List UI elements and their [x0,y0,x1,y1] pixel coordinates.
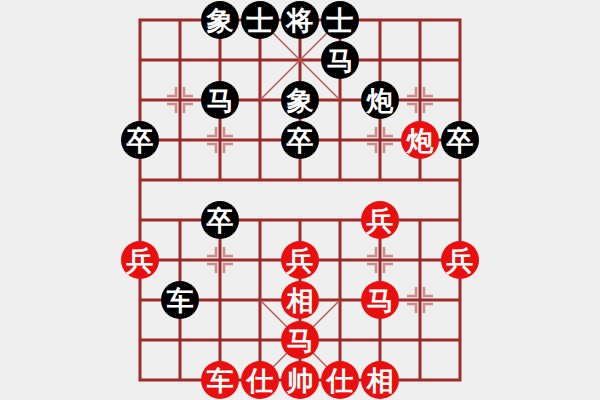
piece-red-soldier[interactable]: 兵 [281,241,319,279]
piece-black-soldier[interactable]: 卒 [201,201,239,239]
piece-red-chariot[interactable]: 车 [201,361,239,399]
piece-red-horse[interactable]: 马 [361,281,399,319]
piece-black-cannon[interactable]: 炮 [361,81,399,119]
piece-black-chariot[interactable]: 车 [161,281,199,319]
piece-layer: 象士将士马马象炮卒卒炮卒卒兵兵兵兵车相马马车仕帅仕相 [120,0,480,400]
piece-red-elephant[interactable]: 相 [281,281,319,319]
piece-black-general[interactable]: 将 [281,1,319,39]
piece-red-soldier[interactable]: 兵 [441,241,479,279]
piece-black-advisor[interactable]: 士 [241,1,279,39]
piece-red-soldier[interactable]: 兵 [361,201,399,239]
piece-red-advisor[interactable]: 仕 [241,361,279,399]
piece-black-soldier[interactable]: 卒 [281,121,319,159]
piece-black-elephant[interactable]: 象 [281,81,319,119]
piece-red-soldier[interactable]: 兵 [121,241,159,279]
piece-black-advisor[interactable]: 士 [321,1,359,39]
xiangqi-board: 象士将士马马象炮卒卒炮卒卒兵兵兵兵车相马马车仕帅仕相 [0,0,600,400]
piece-red-horse[interactable]: 马 [281,321,319,359]
piece-black-soldier[interactable]: 卒 [121,121,159,159]
piece-black-soldier[interactable]: 卒 [441,121,479,159]
piece-black-horse[interactable]: 马 [321,41,359,79]
piece-red-elephant[interactable]: 相 [361,361,399,399]
piece-red-advisor[interactable]: 仕 [321,361,359,399]
piece-red-cannon[interactable]: 炮 [401,121,439,159]
piece-black-elephant[interactable]: 象 [201,1,239,39]
piece-black-horse[interactable]: 马 [201,81,239,119]
piece-red-general[interactable]: 帅 [281,361,319,399]
